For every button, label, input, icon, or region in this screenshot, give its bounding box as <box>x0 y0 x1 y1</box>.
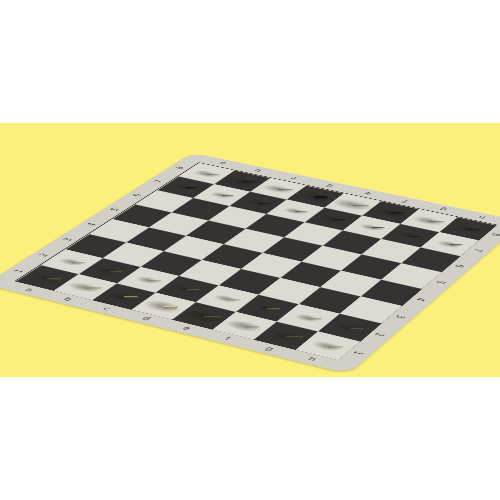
file-label-bottom-f: f <box>223 336 232 341</box>
photo-backdrop: aa88bb77cc66dd55ee44ff33gg22hh11♜♝♞♛♚♝♞♜… <box>0 123 500 377</box>
rank-label-right-4: 4 <box>414 297 427 302</box>
rank-label-right-6: 6 <box>453 264 466 269</box>
rank-label-right-5: 5 <box>434 280 447 285</box>
rank-label-right-1: 1 <box>351 350 365 355</box>
file-label-bottom-g: g <box>264 346 276 352</box>
rank-label-right-7: 7 <box>472 248 484 252</box>
square-h6 <box>401 248 461 273</box>
file-label-bottom-b: b <box>62 296 74 302</box>
file-label-bottom-a: a <box>24 287 36 292</box>
rank-label-right-8: 8 <box>490 233 500 237</box>
chessboard-mat: aa88bb77cc66dd55ee44ff33gg22hh11♜♝♞♛♚♝♞♜… <box>0 153 500 374</box>
rank-label-right-2: 2 <box>373 332 386 337</box>
file-label-bottom-e: e <box>181 325 193 331</box>
rank-label-left-5: 5 <box>109 208 121 212</box>
rank-label-right-3: 3 <box>394 314 407 319</box>
file-label-bottom-h: h <box>306 356 318 362</box>
rank-label-left-6: 6 <box>131 193 143 197</box>
file-label-bottom-c: c <box>101 306 112 311</box>
file-label-bottom-d: d <box>141 316 153 322</box>
